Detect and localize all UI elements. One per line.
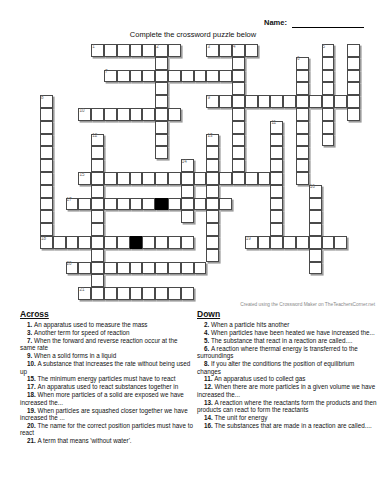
crossword-cell[interactable]: [142, 198, 155, 211]
crossword-cell[interactable]: [104, 108, 117, 121]
crossword-cell[interactable]: [270, 223, 283, 236]
crossword-cell[interactable]: [155, 57, 168, 70]
crossword-cell[interactable]: [66, 236, 79, 249]
crossword-cell[interactable]: [142, 262, 155, 275]
crossword-cell[interactable]: [40, 210, 53, 223]
crossword-cell[interactable]: [309, 236, 322, 249]
crossword-cell[interactable]: [40, 159, 53, 172]
crossword-cell[interactable]: [142, 236, 155, 249]
crossword-cell[interactable]: [130, 108, 143, 121]
across-heading: Across: [20, 309, 194, 319]
crossword-cell[interactable]: [258, 172, 271, 185]
crossword-cell[interactable]: [322, 134, 335, 147]
crossword-cell[interactable]: [66, 198, 79, 211]
crossword-cell[interactable]: [270, 172, 283, 185]
crossword-cell[interactable]: [142, 287, 155, 300]
crossword-cell[interactable]: [322, 236, 335, 249]
crossword-cell[interactable]: [322, 95, 335, 108]
crossword-cell[interactable]: [245, 44, 258, 57]
clue-item: 10. A substance that increases the rate …: [20, 360, 194, 375]
crossword-cell[interactable]: [206, 185, 219, 198]
clue-item: 11. An apparatus used to collect gas: [197, 375, 377, 382]
down-clue-list: 2. When a particle hits another4. When p…: [197, 321, 377, 429]
crossword-cell[interactable]: [142, 70, 155, 83]
crossword-cell[interactable]: [194, 70, 207, 83]
clue-item: 5. The substance that react in a reactio…: [197, 337, 377, 344]
crossword-cell[interactable]: [296, 57, 309, 70]
clue-item: 21. A term that means 'without water'.: [20, 437, 194, 444]
clue-item: 12. When there are more particles in a g…: [197, 383, 377, 398]
crossword-cell[interactable]: [155, 287, 168, 300]
clue-item: 17. An apparatus used to react substance…: [20, 383, 194, 390]
crossword-cell[interactable]: [117, 236, 130, 249]
crossword-cell[interactable]: [309, 249, 322, 262]
crossword-cell[interactable]: [168, 236, 181, 249]
crossword-cell[interactable]: [117, 172, 130, 185]
crossword-cell[interactable]: [91, 223, 104, 236]
crossword-cell[interactable]: [194, 172, 207, 185]
crossword-cell[interactable]: [296, 159, 309, 172]
crossword-cell[interactable]: [296, 134, 309, 147]
crossword-cell[interactable]: [91, 185, 104, 198]
crossword-cell[interactable]: [155, 146, 168, 159]
crossword-cell[interactable]: [219, 198, 232, 211]
crossword-cell[interactable]: [155, 236, 168, 249]
crossword-cell[interactable]: [78, 108, 91, 121]
clue-item: 19. When particles are squashed closer t…: [20, 407, 194, 422]
crossword-cell[interactable]: [309, 95, 322, 108]
crossword-cell[interactable]: [232, 159, 245, 172]
crossword-cell[interactable]: [181, 185, 194, 198]
crossword-cell[interactable]: [155, 95, 168, 108]
crossword-cell[interactable]: [219, 70, 232, 83]
clue-item: 4. When particles have been heated we ha…: [197, 329, 377, 336]
crossword-cell[interactable]: [309, 262, 322, 275]
page-title: Complete the crossword puzzle below: [0, 30, 386, 39]
crossword-cell[interactable]: [206, 198, 219, 211]
crossword-cell[interactable]: [117, 70, 130, 83]
crossword-cell[interactable]: [91, 159, 104, 172]
crossword-cell[interactable]: [322, 44, 335, 57]
crossword-grid: 123456789101112131415161718192021: [40, 44, 360, 300]
crossword-cell[interactable]: [232, 146, 245, 159]
clue-item: 6. A reaction where thermal energy is tr…: [197, 345, 377, 360]
crossword-cell[interactable]: [155, 70, 168, 83]
crossword-cell[interactable]: [206, 134, 219, 147]
crossword-cell[interactable]: [219, 172, 232, 185]
crossword-cell[interactable]: [232, 121, 245, 134]
crossword-cell[interactable]: [232, 57, 245, 70]
crossword-cell[interactable]: [283, 236, 296, 249]
crossword-cell[interactable]: [104, 262, 117, 275]
crossword-cell[interactable]: [104, 44, 117, 57]
crossword-cell[interactable]: [232, 44, 245, 57]
crossword-cell[interactable]: [40, 223, 53, 236]
crossword-cell[interactable]: [270, 146, 283, 159]
crossword-cell[interactable]: [219, 95, 232, 108]
crossword-cell[interactable]: [142, 172, 155, 185]
crossword-cell[interactable]: [168, 287, 181, 300]
crossword-cell[interactable]: [232, 134, 245, 147]
crossword-cell[interactable]: [270, 95, 283, 108]
crossword-cell[interactable]: [296, 146, 309, 159]
crossword-cell[interactable]: [296, 236, 309, 249]
crossword-cell[interactable]: [245, 172, 258, 185]
down-clues: Down 2. When a particle hits another4. W…: [197, 309, 377, 430]
crossword-cell[interactable]: [347, 70, 360, 83]
clue-item: 16. The substances that are made in a re…: [197, 422, 377, 429]
crossword-cell[interactable]: [78, 262, 91, 275]
crossword-cell[interactable]: [347, 95, 360, 108]
crossword-cell[interactable]: [181, 198, 194, 211]
crossword-cell[interactable]: [270, 210, 283, 223]
crossword-cell[interactable]: [283, 95, 296, 108]
crossword-cell[interactable]: [347, 57, 360, 70]
crossword-cell[interactable]: [309, 185, 322, 198]
crossword-cell[interactable]: [155, 121, 168, 134]
crossword-cell[interactable]: [91, 44, 104, 57]
crossword-cell[interactable]: [130, 70, 143, 83]
crossword-cell[interactable]: [206, 95, 219, 108]
crossword-cell[interactable]: [91, 146, 104, 159]
across-clues: Across 1. An apparatus used to measure t…: [20, 309, 194, 445]
crossword-cell[interactable]: [296, 172, 309, 185]
crossword-cell[interactable]: [142, 108, 155, 121]
crossword-cell[interactable]: [130, 198, 143, 211]
down-heading: Down: [197, 309, 377, 319]
crossword-cell[interactable]: [270, 185, 283, 198]
crossword-cell[interactable]: [270, 121, 283, 134]
crossword-cell[interactable]: [206, 159, 219, 172]
crossword-cell[interactable]: [168, 44, 181, 57]
crossword-cell[interactable]: [232, 108, 245, 121]
crossword-cell[interactable]: [91, 172, 104, 185]
crossword-cell[interactable]: [78, 236, 91, 249]
crossword-cell[interactable]: [309, 210, 322, 223]
crossword-cell[interactable]: [104, 198, 117, 211]
crossword-cell[interactable]: [91, 262, 104, 275]
crossword-cell[interactable]: [206, 223, 219, 236]
crossword-cell[interactable]: [40, 95, 53, 108]
clue-item: 2. When a particle hits another: [197, 321, 377, 328]
crossword-cell[interactable]: [181, 236, 194, 249]
crossword-cell[interactable]: [296, 70, 309, 83]
crossword-cell[interactable]: [168, 172, 181, 185]
crossword-cell[interactable]: [78, 287, 91, 300]
crossword-cell[interactable]: [181, 262, 194, 275]
crossword-cell[interactable]: [40, 198, 53, 211]
crossword-cell[interactable]: [78, 172, 91, 185]
crossword-cell[interactable]: [91, 198, 104, 211]
crossword-cell[interactable]: [91, 108, 104, 121]
crossword-cell[interactable]: [206, 172, 219, 185]
crossword-cell[interactable]: [40, 172, 53, 185]
crossword-cell[interactable]: [66, 262, 79, 275]
crossword-cell[interactable]: [322, 70, 335, 83]
crossword-cell[interactable]: [296, 121, 309, 134]
crossword-cell[interactable]: [258, 95, 271, 108]
crossword-cell[interactable]: [309, 223, 322, 236]
crossword-cell[interactable]: [194, 262, 207, 275]
crossword-cell[interactable]: [104, 70, 117, 83]
crossword-cell[interactable]: [40, 236, 53, 249]
crossword-cell[interactable]: [117, 108, 130, 121]
crossword-cell[interactable]: [155, 134, 168, 147]
across-clue-list: 1. An apparatus used to measure the mass…: [20, 321, 194, 445]
crossword-cell[interactable]: [296, 95, 309, 108]
clue-item: 9. When a solid forms in a liquid: [20, 352, 194, 359]
crossword-worksheet: { "game": "crossword", "page": { "name_l…: [0, 0, 386, 500]
clue-item: 3. Another term for speed of reaction: [20, 329, 194, 336]
crossword-cell[interactable]: [104, 236, 117, 249]
crossword-cell[interactable]: [130, 172, 143, 185]
clue-item: 1. An apparatus used to measure the mass: [20, 321, 194, 328]
crossword-cell[interactable]: [232, 70, 245, 83]
clue-item: 13. A reaction where the reactants form …: [197, 399, 377, 414]
crossword-cell[interactable]: [245, 236, 258, 249]
crossword-cell[interactable]: [206, 236, 219, 249]
crossword-cell[interactable]: [270, 236, 283, 249]
crossword-cell[interactable]: [117, 262, 130, 275]
crossword-cell[interactable]: [219, 44, 232, 57]
crossword-cell[interactable]: [181, 210, 194, 223]
clue-item: 14. The unit for energy: [197, 414, 377, 421]
crossword-cell[interactable]: [181, 159, 194, 172]
crossword-cell[interactable]: [181, 70, 194, 83]
crossword-cell[interactable]: [309, 198, 322, 211]
crossword-cell[interactable]: [270, 198, 283, 211]
crossword-cell[interactable]: [334, 236, 347, 249]
clue-item: 18. When more particles of a solid are e…: [20, 391, 194, 406]
crossword-cell[interactable]: [91, 274, 104, 287]
crossword-cell[interactable]: [232, 172, 245, 185]
crossword-cell[interactable]: [322, 82, 335, 95]
crossword-cell[interactable]: [181, 172, 194, 185]
crossword-cell[interactable]: [168, 198, 181, 211]
crossword-cell[interactable]: [232, 82, 245, 95]
crossword-cell[interactable]: [130, 262, 143, 275]
crossword-cell[interactable]: [322, 108, 335, 121]
crossword-cell[interactable]: [347, 82, 360, 95]
crossword-cell[interactable]: [91, 249, 104, 262]
crossword-cell[interactable]: [40, 185, 53, 198]
crossword-cell[interactable]: [91, 134, 104, 147]
crossword-cell[interactable]: [130, 287, 143, 300]
crossword-cell[interactable]: [181, 287, 194, 300]
crossword-cell[interactable]: [322, 121, 335, 134]
crossword-cell[interactable]: [347, 108, 360, 121]
crossword-cell[interactable]: [155, 82, 168, 95]
crossword-cell[interactable]: [245, 95, 258, 108]
crossword-cell[interactable]: [104, 172, 117, 185]
crossword-cell[interactable]: [206, 44, 219, 57]
crossword-cell[interactable]: [168, 262, 181, 275]
blocked-cell: [155, 198, 168, 211]
crossword-cell[interactable]: [130, 44, 143, 57]
crossword-cell[interactable]: [206, 70, 219, 83]
crossword-cell[interactable]: [155, 108, 168, 121]
crossword-cell[interactable]: [270, 134, 283, 147]
crossword-cell[interactable]: [91, 287, 104, 300]
crossword-cell[interactable]: [232, 95, 245, 108]
crossword-cell[interactable]: [117, 198, 130, 211]
crossword-cell[interactable]: [40, 108, 53, 121]
crossword-cell[interactable]: [258, 236, 271, 249]
crossword-cell[interactable]: [296, 82, 309, 95]
clue-item: 20. The name for the correct position pa…: [20, 422, 194, 437]
crossword-cell[interactable]: [155, 172, 168, 185]
name-label: Name:: [264, 18, 287, 27]
crossword-cell[interactable]: [322, 57, 335, 70]
crossword-cell[interactable]: [168, 70, 181, 83]
crossword-cell[interactable]: [78, 198, 91, 211]
crossword-cell[interactable]: [40, 134, 53, 147]
crossword-cell[interactable]: [334, 95, 347, 108]
crossword-cell[interactable]: [206, 210, 219, 223]
crossword-cell[interactable]: [40, 146, 53, 159]
crossword-cell[interactable]: [155, 44, 168, 57]
clue-item: 8. If you alter the conditions the posit…: [197, 360, 377, 375]
crossword-cell[interactable]: [206, 146, 219, 159]
crossword-cell[interactable]: [104, 287, 117, 300]
crossword-cell[interactable]: [270, 159, 283, 172]
clue-item: 15. The minimum energy particles must ha…: [20, 375, 194, 382]
crossword-cell[interactable]: [206, 249, 219, 262]
crossword-cell[interactable]: [194, 198, 207, 211]
crossword-cell[interactable]: [40, 121, 53, 134]
blocked-cell: [130, 236, 143, 249]
crossword-cell[interactable]: [155, 262, 168, 275]
crossword-cell[interactable]: [91, 236, 104, 249]
crossword-cell[interactable]: [117, 44, 130, 57]
credit-line: Created using the Crossword Maker on The…: [0, 302, 375, 307]
crossword-cell[interactable]: [53, 236, 66, 249]
crossword-cell[interactable]: [296, 108, 309, 121]
crossword-cell[interactable]: [142, 44, 155, 57]
crossword-cell[interactable]: [347, 44, 360, 57]
name-blank-line[interactable]: [292, 27, 364, 28]
crossword-cell[interactable]: [168, 108, 181, 121]
clue-item: 7. When the forward and reverse reaction…: [20, 337, 194, 352]
crossword-cell[interactable]: [91, 210, 104, 223]
crossword-cell[interactable]: [117, 287, 130, 300]
